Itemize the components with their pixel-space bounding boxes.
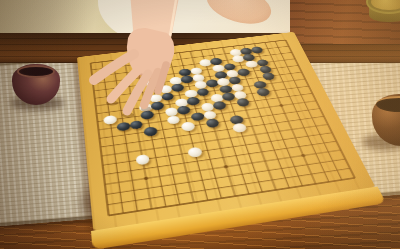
go-game-photo-scene bbox=[0, 0, 400, 249]
player-hand-placing-stone bbox=[78, 0, 190, 132]
stone-bowl-left-opening bbox=[17, 65, 55, 78]
stone-bowl-right-opening bbox=[376, 96, 400, 112]
